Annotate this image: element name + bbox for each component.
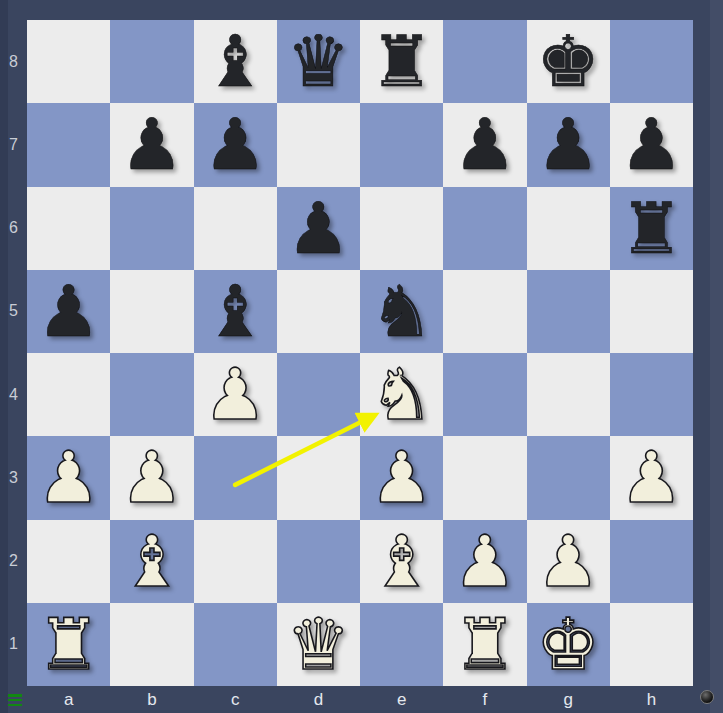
square-f1[interactable]: ♜ (443, 603, 526, 686)
menu-bar (8, 694, 22, 697)
square-d6[interactable]: ♟ (277, 187, 360, 270)
file-label-h: h (610, 686, 693, 713)
file-label-c: c (194, 686, 277, 713)
square-h6[interactable]: ♜ (610, 187, 693, 270)
black-pawn-a5[interactable]: ♟ (37, 270, 101, 353)
square-b1[interactable] (110, 603, 193, 686)
square-c1[interactable] (194, 603, 277, 686)
square-d8[interactable]: ♛ (277, 20, 360, 103)
rank-label-7: 7 (0, 103, 27, 186)
square-e6[interactable] (360, 187, 443, 270)
rank-label-5: 5 (0, 270, 27, 353)
square-e1[interactable] (360, 603, 443, 686)
right-border-strip (710, 0, 723, 713)
file-label-b: b (110, 686, 193, 713)
black-pawn-b7[interactable]: ♟ (120, 103, 184, 186)
square-a2[interactable] (27, 520, 110, 603)
white-pawn-g2[interactable]: ♟ (536, 520, 600, 603)
rank-label-4: 4 (0, 353, 27, 436)
square-a4[interactable] (27, 353, 110, 436)
file-labels: abcdefgh (27, 686, 693, 713)
square-g3[interactable] (527, 436, 610, 519)
square-b7[interactable]: ♟ (110, 103, 193, 186)
chess-app-window: { "game": "chess", "position": { "fen": … (0, 0, 723, 713)
square-g1[interactable]: ♚ (527, 603, 610, 686)
square-c8[interactable]: ♝ (194, 20, 277, 103)
black-pawn-h7[interactable]: ♟ (620, 103, 684, 186)
square-c5[interactable]: ♝ (194, 270, 277, 353)
square-g4[interactable] (527, 353, 610, 436)
square-g7[interactable]: ♟ (527, 103, 610, 186)
black-bishop-c5[interactable]: ♝ (203, 270, 267, 353)
black-queen-d8[interactable]: ♛ (287, 20, 351, 103)
menu-bar (8, 704, 22, 707)
rank-label-1: 1 (0, 603, 27, 686)
square-e2[interactable]: ♝ (360, 520, 443, 603)
square-d2[interactable] (277, 520, 360, 603)
square-b2[interactable]: ♝ (110, 520, 193, 603)
black-knight-e5[interactable]: ♞ (370, 270, 434, 353)
square-a8[interactable] (27, 20, 110, 103)
square-a5[interactable]: ♟ (27, 270, 110, 353)
square-h5[interactable] (610, 270, 693, 353)
square-c6[interactable] (194, 187, 277, 270)
hamburger-menu-icon[interactable] (8, 694, 22, 706)
black-pawn-g7[interactable]: ♟ (536, 103, 600, 186)
black-pawn-f7[interactable]: ♟ (453, 103, 517, 186)
white-pawn-c4[interactable]: ♟ (203, 353, 267, 436)
file-label-e: e (360, 686, 443, 713)
white-rook-f1[interactable]: ♜ (453, 603, 517, 686)
file-label-a: a (27, 686, 110, 713)
square-e3[interactable]: ♟ (360, 436, 443, 519)
square-d3[interactable] (277, 436, 360, 519)
square-f3[interactable] (443, 436, 526, 519)
white-pawn-e3[interactable]: ♟ (370, 436, 434, 519)
white-queen-d1[interactable]: ♛ (287, 603, 351, 686)
square-e7[interactable] (360, 103, 443, 186)
square-f6[interactable] (443, 187, 526, 270)
square-e5[interactable]: ♞ (360, 270, 443, 353)
square-a6[interactable] (27, 187, 110, 270)
square-h8[interactable] (610, 20, 693, 103)
square-g6[interactable] (527, 187, 610, 270)
white-knight-e4[interactable]: ♞ (370, 353, 434, 436)
square-f8[interactable] (443, 20, 526, 103)
square-d5[interactable] (277, 270, 360, 353)
white-pawn-f2[interactable]: ♟ (453, 520, 517, 603)
square-g5[interactable] (527, 270, 610, 353)
rank-label-2: 2 (0, 520, 27, 603)
square-a1[interactable]: ♜ (27, 603, 110, 686)
square-e4[interactable]: ♞ (360, 353, 443, 436)
black-rook-h6[interactable]: ♜ (620, 187, 684, 270)
square-a3[interactable]: ♟ (27, 436, 110, 519)
chess-board: ♝♛♜♚♟♟♟♟♟♟♜♟♝♞♟♞♟♟♟♟♝♝♟♟♜♛♜♚ (27, 20, 693, 686)
square-c4[interactable]: ♟ (194, 353, 277, 436)
white-pawn-b3[interactable]: ♟ (120, 436, 184, 519)
black-king-g8[interactable]: ♚ (536, 20, 600, 103)
white-pawn-a3[interactable]: ♟ (37, 436, 101, 519)
rank-labels: 87654321 (0, 20, 27, 686)
black-bishop-c8[interactable]: ♝ (203, 20, 267, 103)
white-rook-a1[interactable]: ♜ (37, 603, 101, 686)
square-h2[interactable] (610, 520, 693, 603)
white-pawn-h3[interactable]: ♟ (620, 436, 684, 519)
square-g2[interactable]: ♟ (527, 520, 610, 603)
square-d1[interactable]: ♛ (277, 603, 360, 686)
white-bishop-e2[interactable]: ♝ (370, 520, 434, 603)
black-rook-e8[interactable]: ♜ (370, 20, 434, 103)
menu-bar (8, 699, 22, 702)
square-b3[interactable]: ♟ (110, 436, 193, 519)
square-d4[interactable] (277, 353, 360, 436)
square-a7[interactable] (27, 103, 110, 186)
square-f5[interactable] (443, 270, 526, 353)
square-f2[interactable]: ♟ (443, 520, 526, 603)
square-c3[interactable] (194, 436, 277, 519)
square-b4[interactable] (110, 353, 193, 436)
black-pawn-c7[interactable]: ♟ (203, 103, 267, 186)
file-label-d: d (277, 686, 360, 713)
square-h7[interactable]: ♟ (610, 103, 693, 186)
square-g8[interactable]: ♚ (527, 20, 610, 103)
square-b8[interactable] (110, 20, 193, 103)
square-b6[interactable] (110, 187, 193, 270)
rank-label-8: 8 (0, 20, 27, 103)
square-b5[interactable] (110, 270, 193, 353)
square-h3[interactable]: ♟ (610, 436, 693, 519)
square-f4[interactable] (443, 353, 526, 436)
rank-label-6: 6 (0, 187, 27, 270)
black-pawn-d6[interactable]: ♟ (287, 187, 351, 270)
square-h4[interactable] (610, 353, 693, 436)
square-f7[interactable]: ♟ (443, 103, 526, 186)
square-c7[interactable]: ♟ (194, 103, 277, 186)
white-bishop-b2[interactable]: ♝ (120, 520, 184, 603)
rank-label-3: 3 (0, 436, 27, 519)
file-label-g: g (527, 686, 610, 713)
record-dot-icon[interactable] (700, 690, 714, 704)
file-label-f: f (443, 686, 526, 713)
square-d7[interactable] (277, 103, 360, 186)
square-h1[interactable] (610, 603, 693, 686)
square-e8[interactable]: ♜ (360, 20, 443, 103)
white-king-g1[interactable]: ♚ (536, 603, 600, 686)
square-c2[interactable] (194, 520, 277, 603)
